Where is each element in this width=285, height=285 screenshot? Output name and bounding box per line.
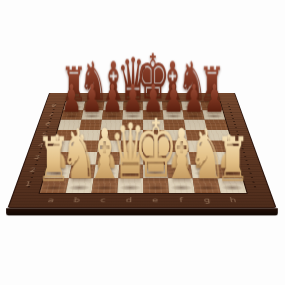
white-rook-h1[interactable]: ♜ [216,129,249,191]
file-label-f: f [168,198,195,204]
square-h1[interactable]: ♜ [217,178,246,193]
black-pawn-a7[interactable]: ♟ [61,80,82,118]
rank-label-8: 8 [46,101,60,110]
file-labels: abcdefgh [36,196,247,205]
file-label-h: h [220,198,248,204]
black-pawn-g7[interactable]: ♟ [184,80,205,118]
board-frame: abcdefgh 87654321 ♜♞♝♛♚♝♞♜♟♟♟♟♟♟♟♟♟♟♟♟♟♟… [7,93,276,208]
file-label-d: d [116,198,142,204]
file-label-a: a [37,198,65,204]
board-edge [6,208,278,215]
board-grid: ♜♞♝♛♚♝♞♜♟♟♟♟♟♟♟♟♟♟♟♟♟♟♟♟♜♞♝♛♚♝♞♜ [40,101,247,192]
black-pawn-b7[interactable]: ♟ [82,80,103,118]
file-label-g: g [194,198,221,204]
chess-board-photo: abcdefgh 87654321 ♜♞♝♛♚♝♞♜♟♟♟♟♟♟♟♟♟♟♟♟♟♟… [0,0,285,285]
rank-label-7: 7 [43,110,58,119]
chess-board: abcdefgh 87654321 ♜♞♝♛♚♝♞♜♟♟♟♟♟♟♟♟♟♟♟♟♟♟… [7,93,276,208]
black-pawn-h7[interactable]: ♟ [204,80,225,118]
file-label-c: c [89,198,116,204]
file-label-b: b [63,198,90,204]
rank-label-1: 1 [18,177,38,191]
file-label-e: e [142,198,168,204]
